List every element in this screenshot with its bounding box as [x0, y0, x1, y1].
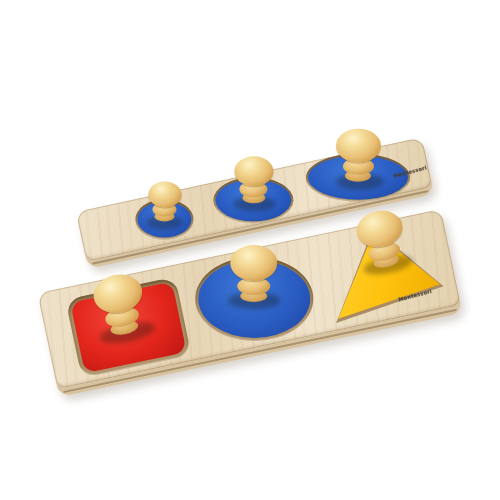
knob-cap	[234, 156, 273, 186]
knob-cap	[148, 182, 181, 208]
product-photo-scene: Montessori	[0, 0, 500, 500]
hole-square	[65, 277, 191, 378]
piece-medium-blue-circle[interactable]	[215, 179, 291, 221]
knob-cap	[335, 129, 380, 163]
piece-blue-circle[interactable]	[198, 260, 310, 338]
hole-small-circle	[135, 200, 193, 240]
hole-medium-circle	[213, 177, 293, 223]
piece-red-square[interactable]	[70, 282, 187, 374]
knob-cap	[230, 245, 277, 281]
piece-small-blue-circle[interactable]	[137, 202, 191, 238]
hole-circle	[195, 257, 313, 341]
